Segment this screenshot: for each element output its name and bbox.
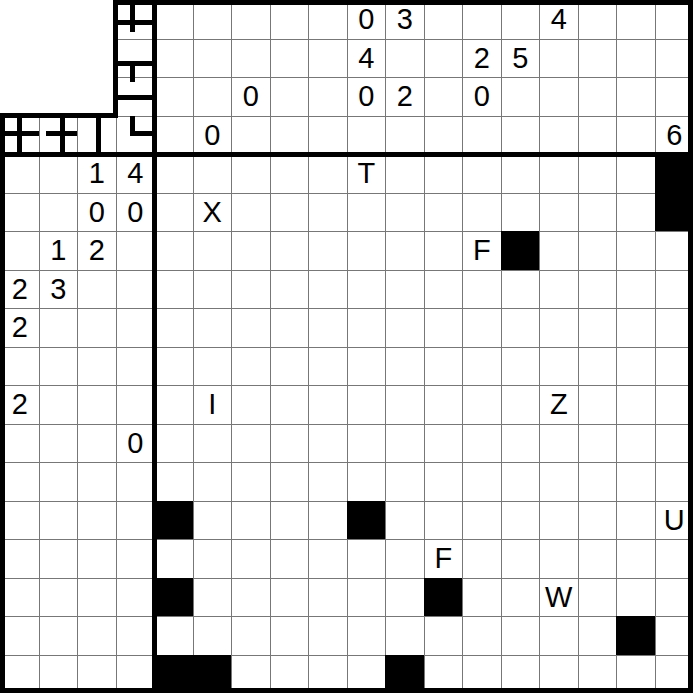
left-clue-r10-c0: 2 bbox=[0, 385, 39, 424]
cell-r15-c8[interactable] bbox=[308, 578, 347, 617]
cell-r12-c5[interactable] bbox=[193, 462, 232, 501]
cell-r9-c9[interactable] bbox=[347, 347, 386, 386]
cell-r8-c16[interactable] bbox=[616, 308, 655, 347]
letter-cell-r4-c9: T bbox=[347, 154, 386, 193]
cell-r4-c8[interactable] bbox=[308, 154, 347, 193]
cell-r11-c14[interactable] bbox=[539, 424, 578, 463]
clue-cell bbox=[578, 0, 617, 39]
left-clue-r8-c0: 2 bbox=[0, 308, 39, 347]
letter-cell-r6-c12: F bbox=[462, 231, 501, 270]
cell-r13-c14[interactable] bbox=[539, 501, 578, 540]
clue-cell bbox=[616, 77, 655, 116]
clue-cell bbox=[193, 0, 232, 39]
corner-strip-cell bbox=[116, 39, 155, 78]
cell-r5-c15[interactable] bbox=[578, 193, 617, 232]
cell-r12-c7[interactable] bbox=[270, 462, 309, 501]
outside-area-cell bbox=[39, 77, 78, 116]
clue-cell bbox=[77, 385, 116, 424]
cell-r15-c12[interactable] bbox=[462, 578, 501, 617]
clue-cell bbox=[116, 270, 155, 309]
clue-cell bbox=[578, 77, 617, 116]
thick-border-segment bbox=[152, 0, 157, 693]
cell-r9-c14[interactable] bbox=[539, 347, 578, 386]
cell-r9-c10[interactable] bbox=[385, 347, 424, 386]
corner-glyph-segment bbox=[0, 131, 39, 136]
clue-cell bbox=[0, 501, 39, 540]
clue-cell bbox=[0, 193, 39, 232]
thick-border-segment bbox=[0, 113, 5, 693]
cell-r8-c9[interactable] bbox=[347, 308, 386, 347]
cell-r8-c7[interactable] bbox=[270, 308, 309, 347]
cell-r11-c11[interactable] bbox=[424, 424, 463, 463]
cell-r4-c14[interactable] bbox=[539, 154, 578, 193]
cell-r8-c6[interactable] bbox=[231, 308, 270, 347]
cell-r4-c6[interactable] bbox=[231, 154, 270, 193]
cell-r8-c8[interactable] bbox=[308, 308, 347, 347]
clue-cell bbox=[0, 578, 39, 617]
cell-r6-c11[interactable] bbox=[424, 231, 463, 270]
letter-cell-r10-c14: Z bbox=[539, 385, 578, 424]
cell-r15-c16[interactable] bbox=[616, 578, 655, 617]
cell-r12-c11[interactable] bbox=[424, 462, 463, 501]
cell-r10-c8[interactable] bbox=[308, 385, 347, 424]
clue-cell bbox=[116, 347, 155, 386]
cell-r7-c12[interactable] bbox=[462, 270, 501, 309]
cell-r6-c9[interactable] bbox=[347, 231, 386, 270]
clue-cell bbox=[39, 154, 78, 193]
cell-r7-c7[interactable] bbox=[270, 270, 309, 309]
cell-r16-c11[interactable] bbox=[424, 616, 463, 655]
cell-r14-c7[interactable] bbox=[270, 539, 309, 578]
cell-r5-c12[interactable] bbox=[462, 193, 501, 232]
top-clue-r1-c13: 5 bbox=[501, 39, 540, 78]
top-clue-r2-c10: 2 bbox=[385, 77, 424, 116]
cell-r13-c15[interactable] bbox=[578, 501, 617, 540]
cell-r14-c9[interactable] bbox=[347, 539, 386, 578]
black-cell-r13-c9 bbox=[347, 501, 386, 540]
cell-r14-c16[interactable] bbox=[616, 539, 655, 578]
clue-cell bbox=[231, 39, 270, 78]
top-clue-r0-c9: 0 bbox=[347, 0, 386, 39]
clue-cell bbox=[424, 77, 463, 116]
cell-r12-c10[interactable] bbox=[385, 462, 424, 501]
cell-r15-c15[interactable] bbox=[578, 578, 617, 617]
clue-cell bbox=[154, 116, 193, 155]
thick-border-segment bbox=[688, 0, 693, 693]
clue-cell bbox=[116, 385, 155, 424]
left-clue-r11-c3: 0 bbox=[116, 424, 155, 463]
left-clue-r4-c2: 1 bbox=[77, 154, 116, 193]
clue-cell bbox=[0, 231, 39, 270]
clue-cell bbox=[193, 77, 232, 116]
cell-r13-c12[interactable] bbox=[462, 501, 501, 540]
cell-r4-c15[interactable] bbox=[578, 154, 617, 193]
cell-r9-c11[interactable] bbox=[424, 347, 463, 386]
clue-cell bbox=[270, 39, 309, 78]
corner-glyph-segment bbox=[130, 131, 154, 136]
cell-r14-c4[interactable] bbox=[154, 539, 193, 578]
clue-cell bbox=[39, 578, 78, 617]
cell-r16-c5[interactable] bbox=[193, 616, 232, 655]
cell-r11-c7[interactable] bbox=[270, 424, 309, 463]
outside-area-cell bbox=[77, 0, 116, 39]
clue-cell bbox=[578, 116, 617, 155]
cell-r4-c10[interactable] bbox=[385, 154, 424, 193]
corner-glyph-segment bbox=[116, 20, 154, 25]
black-cell-r15-c4 bbox=[154, 578, 193, 617]
clue-cell bbox=[616, 116, 655, 155]
clue-cell bbox=[231, 0, 270, 39]
cell-r7-c16[interactable] bbox=[616, 270, 655, 309]
letter-cell-r14-c11: F bbox=[424, 539, 463, 578]
black-cell-r13-c4 bbox=[154, 501, 193, 540]
cell-r8-c11[interactable] bbox=[424, 308, 463, 347]
cell-r5-c10[interactable] bbox=[385, 193, 424, 232]
cell-r9-c15[interactable] bbox=[578, 347, 617, 386]
cell-r10-c10[interactable] bbox=[385, 385, 424, 424]
cell-r11-c15[interactable] bbox=[578, 424, 617, 463]
cell-r6-c10[interactable] bbox=[385, 231, 424, 270]
clue-cell bbox=[308, 77, 347, 116]
cell-r16-c14[interactable] bbox=[539, 616, 578, 655]
cell-r12-c9[interactable] bbox=[347, 462, 386, 501]
clue-cell bbox=[77, 616, 116, 655]
clue-cell bbox=[501, 77, 540, 116]
cell-r16-c4[interactable] bbox=[154, 616, 193, 655]
cell-r12-c13[interactable] bbox=[501, 462, 540, 501]
black-cell-r15-c11 bbox=[424, 578, 463, 617]
cell-r5-c9[interactable] bbox=[347, 193, 386, 232]
cell-r11-c4[interactable] bbox=[154, 424, 193, 463]
clue-cell bbox=[116, 462, 155, 501]
cell-r16-c7[interactable] bbox=[270, 616, 309, 655]
cell-r15-c9[interactable] bbox=[347, 578, 386, 617]
clue-cell bbox=[77, 424, 116, 463]
cell-r8-c15[interactable] bbox=[578, 308, 617, 347]
cell-r9-c16[interactable] bbox=[616, 347, 655, 386]
cell-r12-c4[interactable] bbox=[154, 462, 193, 501]
top-clue-r1-c9: 4 bbox=[347, 39, 386, 78]
left-clue-r5-c2: 0 bbox=[77, 193, 116, 232]
cell-r12-c12[interactable] bbox=[462, 462, 501, 501]
cell-r6-c16[interactable] bbox=[616, 231, 655, 270]
clue-cell bbox=[462, 116, 501, 155]
cell-r16-c13[interactable] bbox=[501, 616, 540, 655]
cell-r14-c15[interactable] bbox=[578, 539, 617, 578]
left-clue-r5-c3: 0 bbox=[116, 193, 155, 232]
clue-cell bbox=[308, 39, 347, 78]
thick-border-segment bbox=[0, 152, 693, 157]
clue-cell bbox=[39, 539, 78, 578]
cell-r9-c13[interactable] bbox=[501, 347, 540, 386]
cell-r4-c5[interactable] bbox=[193, 154, 232, 193]
cell-r9-c6[interactable] bbox=[231, 347, 270, 386]
clue-cell bbox=[0, 462, 39, 501]
cell-r14-c10[interactable] bbox=[385, 539, 424, 578]
clue-cell bbox=[424, 116, 463, 155]
clue-cell bbox=[308, 0, 347, 39]
cell-r6-c8[interactable] bbox=[308, 231, 347, 270]
cell-r4-c4[interactable] bbox=[154, 154, 193, 193]
cell-r10-c7[interactable] bbox=[270, 385, 309, 424]
cell-r9-c4[interactable] bbox=[154, 347, 193, 386]
corner-glyph-segment bbox=[116, 95, 154, 100]
cell-r16-c8[interactable] bbox=[308, 616, 347, 655]
cell-r12-c6[interactable] bbox=[231, 462, 270, 501]
clue-cell bbox=[39, 424, 78, 463]
outside-area-cell bbox=[39, 39, 78, 78]
puzzle-page: 03442500200614T00X12F2322IZ0UFW bbox=[0, 0, 693, 693]
cell-r16-c9[interactable] bbox=[347, 616, 386, 655]
top-clue-r0-c14: 4 bbox=[539, 0, 578, 39]
clue-cell bbox=[347, 116, 386, 155]
cell-r4-c12[interactable] bbox=[462, 154, 501, 193]
cell-r12-c14[interactable] bbox=[539, 462, 578, 501]
clue-cell bbox=[462, 0, 501, 39]
clue-cell bbox=[616, 39, 655, 78]
clue-cell bbox=[0, 424, 39, 463]
cell-r13-c16[interactable] bbox=[616, 501, 655, 540]
clue-cell bbox=[385, 39, 424, 78]
clue-cell bbox=[539, 39, 578, 78]
cell-r13-c11[interactable] bbox=[424, 501, 463, 540]
cell-r8-c4[interactable] bbox=[154, 308, 193, 347]
cell-r11-c9[interactable] bbox=[347, 424, 386, 463]
cell-r13-c8[interactable] bbox=[308, 501, 347, 540]
cell-r10-c11[interactable] bbox=[424, 385, 463, 424]
clue-cell bbox=[231, 116, 270, 155]
clue-cell bbox=[424, 0, 463, 39]
cell-r13-c13[interactable] bbox=[501, 501, 540, 540]
left-clue-r7-c0: 2 bbox=[0, 270, 39, 309]
cell-r11-c5[interactable] bbox=[193, 424, 232, 463]
cell-r11-c10[interactable] bbox=[385, 424, 424, 463]
clue-cell bbox=[270, 0, 309, 39]
thick-border-segment bbox=[113, 0, 693, 5]
cell-r12-c8[interactable] bbox=[308, 462, 347, 501]
cell-r15-c7[interactable] bbox=[270, 578, 309, 617]
clue-cell bbox=[193, 39, 232, 78]
clue-cell bbox=[116, 539, 155, 578]
cell-r14-c6[interactable] bbox=[231, 539, 270, 578]
cell-r15-c6[interactable] bbox=[231, 578, 270, 617]
thick-border-segment bbox=[113, 0, 118, 118]
cell-r6-c7[interactable] bbox=[270, 231, 309, 270]
clue-cell bbox=[39, 347, 78, 386]
clue-cell bbox=[39, 501, 78, 540]
clue-cell bbox=[385, 116, 424, 155]
cell-r5-c8[interactable] bbox=[308, 193, 347, 232]
cell-r6-c4[interactable] bbox=[154, 231, 193, 270]
corner-glyph-segment bbox=[116, 61, 154, 66]
cell-r7-c4[interactable] bbox=[154, 270, 193, 309]
cell-r6-c5[interactable] bbox=[193, 231, 232, 270]
left-clue-r6-c2: 2 bbox=[77, 231, 116, 270]
cell-r12-c15[interactable] bbox=[578, 462, 617, 501]
cell-r7-c13[interactable] bbox=[501, 270, 540, 309]
corner-glyph-segment bbox=[46, 131, 77, 136]
cell-r15-c13[interactable] bbox=[501, 578, 540, 617]
clue-cell bbox=[77, 462, 116, 501]
cell-r11-c12[interactable] bbox=[462, 424, 501, 463]
cell-r16-c12[interactable] bbox=[462, 616, 501, 655]
black-cell-r16-c16 bbox=[616, 616, 655, 655]
top-clue-r3-c5: 0 bbox=[193, 116, 232, 155]
clue-cell bbox=[539, 116, 578, 155]
cell-r4-c7[interactable] bbox=[270, 154, 309, 193]
outside-area-cell bbox=[0, 39, 39, 78]
cell-r4-c16[interactable] bbox=[616, 154, 655, 193]
cell-r11-c16[interactable] bbox=[616, 424, 655, 463]
clue-cell bbox=[77, 347, 116, 386]
cell-r10-c4[interactable] bbox=[154, 385, 193, 424]
clue-cell bbox=[270, 77, 309, 116]
cell-r10-c13[interactable] bbox=[501, 385, 540, 424]
outside-area-cell bbox=[39, 0, 78, 39]
outside-area-cell bbox=[77, 77, 116, 116]
clue-cell bbox=[116, 308, 155, 347]
top-clue-r2-c6: 0 bbox=[231, 77, 270, 116]
cell-r5-c14[interactable] bbox=[539, 193, 578, 232]
clue-cell bbox=[39, 193, 78, 232]
cell-r13-c5[interactable] bbox=[193, 501, 232, 540]
cell-r7-c8[interactable] bbox=[308, 270, 347, 309]
clue-cell bbox=[501, 0, 540, 39]
clue-cell bbox=[39, 385, 78, 424]
clue-cell bbox=[501, 116, 540, 155]
cell-r14-c5[interactable] bbox=[193, 539, 232, 578]
cell-r12-c16[interactable] bbox=[616, 462, 655, 501]
cell-r7-c10[interactable] bbox=[385, 270, 424, 309]
cell-r13-c7[interactable] bbox=[270, 501, 309, 540]
clue-cell bbox=[77, 539, 116, 578]
clue-cell bbox=[77, 578, 116, 617]
clue-cell bbox=[0, 539, 39, 578]
puzzle-board: 03442500200614T00X12F2322IZ0UFW bbox=[0, 0, 693, 693]
cell-r13-c6[interactable] bbox=[231, 501, 270, 540]
cell-r5-c13[interactable] bbox=[501, 193, 540, 232]
cell-r8-c5[interactable] bbox=[193, 308, 232, 347]
cell-r6-c15[interactable] bbox=[578, 231, 617, 270]
corner-glyph-segment bbox=[130, 61, 135, 82]
cell-r15-c5[interactable] bbox=[193, 578, 232, 617]
corner-glyph-segment bbox=[130, 2, 135, 32]
black-cell-r6-c13 bbox=[501, 231, 540, 270]
clue-cell bbox=[0, 347, 39, 386]
clue-cell bbox=[39, 616, 78, 655]
cell-r9-c5[interactable] bbox=[193, 347, 232, 386]
clue-cell bbox=[539, 77, 578, 116]
clue-cell bbox=[116, 231, 155, 270]
cell-r7-c15[interactable] bbox=[578, 270, 617, 309]
top-clue-r1-c12: 2 bbox=[462, 39, 501, 78]
cell-r11-c6[interactable] bbox=[231, 424, 270, 463]
clue-cell bbox=[0, 616, 39, 655]
cell-r10-c9[interactable] bbox=[347, 385, 386, 424]
cell-r10-c6[interactable] bbox=[231, 385, 270, 424]
letter-cell-r15-c14: W bbox=[539, 578, 578, 617]
outside-area-cell bbox=[0, 77, 39, 116]
cell-r14-c14[interactable] bbox=[539, 539, 578, 578]
cell-r16-c6[interactable] bbox=[231, 616, 270, 655]
top-clue-r0-c10: 3 bbox=[385, 0, 424, 39]
cell-r7-c11[interactable] bbox=[424, 270, 463, 309]
outside-area-cell bbox=[0, 0, 39, 39]
clue-cell bbox=[77, 501, 116, 540]
cell-r9-c12[interactable] bbox=[462, 347, 501, 386]
cell-r13-c10[interactable] bbox=[385, 501, 424, 540]
clue-cell bbox=[0, 154, 39, 193]
cell-r16-c15[interactable] bbox=[578, 616, 617, 655]
cell-r10-c16[interactable] bbox=[616, 385, 655, 424]
letter-cell-r5-c5: X bbox=[193, 193, 232, 232]
top-clue-r2-c12: 0 bbox=[462, 77, 501, 116]
cell-r16-c10[interactable] bbox=[385, 616, 424, 655]
clue-cell bbox=[39, 308, 78, 347]
cell-r8-c10[interactable] bbox=[385, 308, 424, 347]
clue-cell bbox=[154, 77, 193, 116]
cell-r8-c14[interactable] bbox=[539, 308, 578, 347]
cell-r4-c13[interactable] bbox=[501, 154, 540, 193]
clue-cell bbox=[154, 0, 193, 39]
clue-cell bbox=[578, 39, 617, 78]
cell-r8-c12[interactable] bbox=[462, 308, 501, 347]
clue-cell bbox=[116, 501, 155, 540]
cell-r7-c14[interactable] bbox=[539, 270, 578, 309]
cell-r9-c8[interactable] bbox=[308, 347, 347, 386]
cell-r11-c8[interactable] bbox=[308, 424, 347, 463]
left-clue-r6-c1: 1 bbox=[39, 231, 78, 270]
cell-r5-c16[interactable] bbox=[616, 193, 655, 232]
clue-cell bbox=[616, 0, 655, 39]
cell-r6-c14[interactable] bbox=[539, 231, 578, 270]
clue-cell bbox=[77, 270, 116, 309]
cell-r8-c13[interactable] bbox=[501, 308, 540, 347]
cell-r11-c13[interactable] bbox=[501, 424, 540, 463]
left-clue-r4-c3: 4 bbox=[116, 154, 155, 193]
outside-area-cell bbox=[77, 39, 116, 78]
cell-r6-c6[interactable] bbox=[231, 231, 270, 270]
cell-r7-c5[interactable] bbox=[193, 270, 232, 309]
left-clue-r7-c1: 3 bbox=[39, 270, 78, 309]
cell-r10-c15[interactable] bbox=[578, 385, 617, 424]
clue-cell bbox=[424, 39, 463, 78]
cell-r9-c7[interactable] bbox=[270, 347, 309, 386]
cell-r7-c6[interactable] bbox=[231, 270, 270, 309]
cell-r15-c10[interactable] bbox=[385, 578, 424, 617]
clue-cell bbox=[308, 116, 347, 155]
top-clue-r2-c9: 0 bbox=[347, 77, 386, 116]
cell-r14-c12[interactable] bbox=[462, 539, 501, 578]
cell-r5-c6[interactable] bbox=[231, 193, 270, 232]
cell-r5-c11[interactable] bbox=[424, 193, 463, 232]
clue-cell bbox=[39, 462, 78, 501]
cell-r5-c4[interactable] bbox=[154, 193, 193, 232]
clue-cell bbox=[154, 39, 193, 78]
cell-r10-c12[interactable] bbox=[462, 385, 501, 424]
cell-r14-c13[interactable] bbox=[501, 539, 540, 578]
letter-cell-r10-c5: I bbox=[193, 385, 232, 424]
cell-r5-c7[interactable] bbox=[270, 193, 309, 232]
clue-cell bbox=[116, 616, 155, 655]
cell-r4-c11[interactable] bbox=[424, 154, 463, 193]
corner-glyph-segment bbox=[96, 116, 101, 154]
cell-r14-c8[interactable] bbox=[308, 539, 347, 578]
cell-r7-c9[interactable] bbox=[347, 270, 386, 309]
clue-cell bbox=[270, 116, 309, 155]
thick-border-segment bbox=[0, 688, 693, 693]
clue-cell bbox=[116, 578, 155, 617]
